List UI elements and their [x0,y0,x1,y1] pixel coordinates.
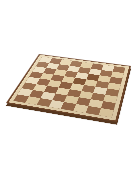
product-photo [0,0,140,187]
chessboard [6,54,131,122]
square-h1 [99,108,114,117]
